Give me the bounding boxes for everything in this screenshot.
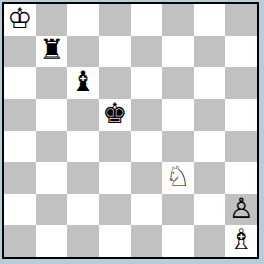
piece-black-bishop: ♝ [71,68,96,96]
square-c4[interactable] [67,131,99,163]
square-a2[interactable] [4,194,36,226]
square-e1[interactable] [131,225,163,257]
square-b4[interactable] [36,131,68,163]
square-d8[interactable] [99,4,131,36]
square-b6[interactable] [36,67,68,99]
square-h4[interactable] [225,131,257,163]
square-a5[interactable] [4,99,36,131]
square-f4[interactable] [162,131,194,163]
square-d3[interactable] [99,162,131,194]
square-c6[interactable]: ♝ [67,67,99,99]
square-f7[interactable] [162,36,194,68]
square-d5[interactable]: ♚ [99,99,131,131]
square-a8[interactable]: ♔ [4,4,36,36]
square-c7[interactable] [67,36,99,68]
square-g5[interactable] [194,99,226,131]
square-e4[interactable] [131,131,163,163]
piece-white-bishop: ♗ [229,226,254,254]
square-b3[interactable] [36,162,68,194]
square-f5[interactable] [162,99,194,131]
square-b1[interactable] [36,225,68,257]
square-d6[interactable] [99,67,131,99]
square-f1[interactable] [162,225,194,257]
piece-white-king: ♔ [7,5,32,33]
square-c2[interactable] [67,194,99,226]
piece-white-knight: ♘ [165,163,190,191]
square-g3[interactable] [194,162,226,194]
square-e8[interactable] [131,4,163,36]
square-c5[interactable] [67,99,99,131]
board-frame: ♔♜♝♚♘♙♗ [0,0,264,264]
square-e5[interactable] [131,99,163,131]
square-d2[interactable] [99,194,131,226]
square-h7[interactable] [225,36,257,68]
square-e2[interactable] [131,194,163,226]
square-f6[interactable] [162,67,194,99]
square-a3[interactable] [4,162,36,194]
square-d1[interactable] [99,225,131,257]
square-h8[interactable] [225,4,257,36]
square-a1[interactable] [4,225,36,257]
square-a6[interactable] [4,67,36,99]
square-g2[interactable] [194,194,226,226]
square-b8[interactable] [36,4,68,36]
square-h3[interactable] [225,162,257,194]
square-d7[interactable] [99,36,131,68]
square-c8[interactable] [67,4,99,36]
square-g6[interactable] [194,67,226,99]
square-b5[interactable] [36,99,68,131]
square-g7[interactable] [194,36,226,68]
square-g1[interactable] [194,225,226,257]
square-e3[interactable] [131,162,163,194]
square-e6[interactable] [131,67,163,99]
square-a4[interactable] [4,131,36,163]
square-f8[interactable] [162,4,194,36]
piece-black-king: ♚ [102,100,127,128]
square-a7[interactable] [4,36,36,68]
square-g4[interactable] [194,131,226,163]
square-c3[interactable] [67,162,99,194]
square-b7[interactable]: ♜ [36,36,68,68]
square-h5[interactable] [225,99,257,131]
piece-white-pawn: ♙ [229,195,254,223]
square-g8[interactable] [194,4,226,36]
square-h1[interactable]: ♗ [225,225,257,257]
square-f2[interactable] [162,194,194,226]
square-h6[interactable] [225,67,257,99]
square-e7[interactable] [131,36,163,68]
piece-black-rook: ♜ [39,36,64,64]
square-b2[interactable] [36,194,68,226]
chess-board: ♔♜♝♚♘♙♗ [2,2,259,259]
square-d4[interactable] [99,131,131,163]
square-f3[interactable]: ♘ [162,162,194,194]
square-c1[interactable] [67,225,99,257]
square-h2[interactable]: ♙ [225,194,257,226]
